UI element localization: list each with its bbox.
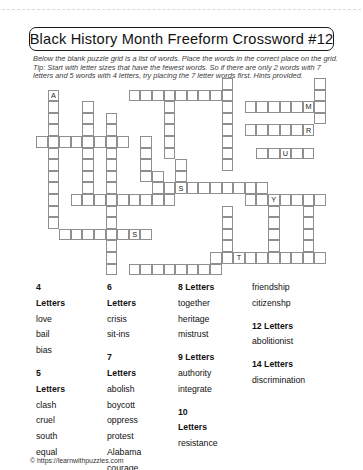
grid-cell[interactable]	[48, 171, 60, 183]
grid-cell[interactable]	[280, 124, 292, 136]
grid-cell[interactable]	[233, 182, 245, 194]
word-list-item: boycott	[107, 398, 141, 414]
word-list-section: friendshipcitizenshp	[252, 280, 305, 312]
word-list-column-4: friendshipcitizenshp12 Lettersabolitioni…	[252, 280, 305, 396]
grid-cell[interactable]	[48, 206, 60, 218]
grid-cell[interactable]	[314, 90, 326, 102]
grid-cell[interactable]	[59, 229, 71, 241]
page-title: Black History Month Freeform Crossword #…	[30, 31, 334, 47]
grid-cell[interactable]	[140, 136, 152, 148]
grid-cell[interactable]	[222, 182, 234, 194]
grid-cell[interactable]	[222, 124, 234, 136]
grid-cell[interactable]	[140, 194, 152, 206]
word-list-item: integrate	[178, 382, 218, 398]
grid-cell[interactable]	[48, 182, 60, 194]
copyright-footer: © https://learnwithpuzzles.com	[30, 457, 124, 464]
grid-cell[interactable]	[152, 90, 164, 102]
grid-cell[interactable]	[198, 90, 210, 102]
grid-cell[interactable]	[129, 264, 141, 276]
grid-cell[interactable]	[152, 171, 164, 183]
grid-cell[interactable]	[222, 252, 234, 264]
grid-cell[interactable]	[71, 136, 83, 148]
grid-cell[interactable]	[82, 148, 94, 160]
grid-cell[interactable]	[106, 136, 118, 148]
grid-cell[interactable]	[117, 229, 129, 241]
grid-cell[interactable]	[291, 124, 303, 136]
grid-cell[interactable]	[82, 113, 94, 125]
grid-cell[interactable]	[314, 194, 326, 206]
grid-cell[interactable]	[314, 101, 326, 113]
grid-cell[interactable]	[82, 182, 94, 194]
grid-cell[interactable]	[152, 194, 164, 206]
word-list-section: 10 Lettersresistance	[178, 405, 218, 452]
grid-cell[interactable]	[256, 101, 268, 113]
grid-cell[interactable]	[94, 229, 106, 241]
grid-cell[interactable]	[48, 101, 60, 113]
grid-cell[interactable]	[82, 136, 94, 148]
grid-cell[interactable]	[222, 113, 234, 125]
grid-cell[interactable]	[117, 194, 129, 206]
grid-cell[interactable]	[268, 217, 280, 229]
grid-cell[interactable]	[303, 148, 315, 160]
grid-cell[interactable]	[106, 240, 118, 252]
grid-cell[interactable]	[71, 194, 83, 206]
word-list-header: 8 Letters	[178, 280, 218, 296]
word-list-item: oppress	[107, 413, 141, 429]
word-list-item: mistrust	[178, 327, 218, 343]
grid-cell[interactable]	[106, 206, 118, 218]
word-list-item: authority	[178, 366, 218, 382]
word-list-section: 8 Letterstogetherheritagemistrust	[178, 280, 218, 343]
word-list-section: 7 LettersabolishboycottoppressprotestAla…	[107, 350, 141, 470]
grid-cell[interactable]	[245, 252, 257, 264]
word-list-header: 14 Letters	[252, 357, 305, 373]
word-list-header: 10 Letters	[178, 405, 218, 437]
grid-cell[interactable]	[140, 90, 152, 102]
grid-cell[interactable]	[106, 124, 118, 136]
hint-letter-cell[interactable]: R	[303, 124, 315, 136]
word-list-item: crisis	[107, 312, 141, 328]
grid-cell[interactable]	[175, 90, 187, 102]
word-list-column-3: 8 Letterstogetherheritagemistrust9 Lette…	[178, 280, 218, 459]
hint-letter-cell[interactable]: S	[129, 229, 141, 241]
grid-cell[interactable]	[245, 124, 257, 136]
grid-cell[interactable]	[187, 182, 199, 194]
grid-cell[interactable]	[210, 90, 222, 102]
grid-cell[interactable]	[48, 159, 60, 171]
grid-cell[interactable]	[245, 194, 257, 206]
word-list-item: heritage	[178, 312, 218, 328]
word-list-section: 14 Lettersdiscrimination	[252, 357, 305, 389]
grid-cell[interactable]	[82, 101, 94, 113]
grid-cell[interactable]	[48, 124, 60, 136]
grid-cell[interactable]	[164, 136, 176, 148]
hint-letter-cell[interactable]: T	[233, 252, 245, 264]
grid-cell[interactable]	[210, 264, 222, 276]
grid-cell[interactable]	[280, 101, 292, 113]
word-list-item: friendship	[252, 280, 305, 296]
grid-cell[interactable]	[268, 206, 280, 218]
word-list-item: together	[178, 296, 218, 312]
grid-cell[interactable]	[222, 78, 234, 90]
grid-cell[interactable]	[164, 264, 176, 276]
grid-cell[interactable]	[140, 229, 152, 241]
grid-cell[interactable]	[164, 90, 176, 102]
grid-cell[interactable]	[140, 264, 152, 276]
grid-cell[interactable]	[48, 113, 60, 125]
crossword-grid: AMRUSYST	[36, 78, 327, 276]
grid-cell[interactable]	[280, 252, 292, 264]
grid-cell[interactable]	[303, 217, 315, 229]
grid-cell[interactable]	[245, 182, 257, 194]
grid-cell[interactable]	[164, 124, 176, 136]
grid-cell[interactable]	[291, 194, 303, 206]
grid-cell[interactable]	[303, 229, 315, 241]
hint-letter-cell[interactable]: Y	[268, 194, 280, 206]
grid-cell[interactable]	[187, 90, 199, 102]
word-list-column-2: 6 Letterscrisissit-ins7 Lettersabolishbo…	[107, 280, 141, 470]
grid-cell[interactable]	[256, 252, 268, 264]
grid-cell[interactable]	[82, 171, 94, 183]
grid-cell[interactable]	[152, 264, 164, 276]
grid-cell[interactable]	[106, 217, 118, 229]
grid-cell[interactable]	[291, 101, 303, 113]
grid-cell[interactable]	[303, 206, 315, 218]
word-list-item: citizenshp	[252, 296, 305, 312]
word-list-item: love	[36, 312, 65, 328]
grid-cell[interactable]	[280, 194, 292, 206]
grid-cell[interactable]	[256, 148, 268, 160]
grid-cell[interactable]	[175, 171, 187, 183]
grid-cell[interactable]	[256, 182, 268, 194]
grid-cell[interactable]	[222, 217, 234, 229]
word-list-item: discrimination	[252, 373, 305, 389]
grid-cell[interactable]	[303, 252, 315, 264]
grid-cell[interactable]	[129, 194, 141, 206]
grid-cell[interactable]	[314, 78, 326, 90]
word-list-item: protest	[107, 429, 141, 445]
grid-cell[interactable]	[198, 264, 210, 276]
word-list-section: 6 Letterscrisissit-ins	[107, 280, 141, 343]
grid-cell[interactable]	[164, 194, 176, 206]
grid-cell[interactable]	[94, 136, 106, 148]
grid-cell[interactable]	[106, 148, 118, 160]
word-list-section: 12 Lettersabolitionist	[252, 319, 305, 351]
word-list-section: 4 Letterslovebailbias	[36, 280, 65, 359]
word-list-item: cruel	[36, 413, 65, 429]
grid-cell[interactable]	[268, 252, 280, 264]
hint-letter-cell[interactable]: U	[280, 148, 292, 160]
word-list-header: 9 Letters	[178, 350, 218, 366]
grid-cell[interactable]	[222, 206, 234, 218]
grid-cell[interactable]	[106, 194, 118, 206]
grid-cell[interactable]	[140, 159, 152, 171]
grid-cell[interactable]	[268, 240, 280, 252]
grid-cell[interactable]	[106, 182, 118, 194]
grid-cell[interactable]	[164, 148, 176, 160]
grid-cell[interactable]	[222, 136, 234, 148]
grid-cell[interactable]	[59, 136, 71, 148]
grid-cell[interactable]	[268, 148, 280, 160]
word-list-item: bail	[36, 327, 65, 343]
grid-cell[interactable]	[210, 252, 222, 264]
grid-cell[interactable]	[291, 252, 303, 264]
grid-cell[interactable]	[164, 113, 176, 125]
grid-cell[interactable]	[82, 194, 94, 206]
word-list-item: clash	[36, 398, 65, 414]
grid-cell[interactable]	[222, 101, 234, 113]
grid-cell[interactable]	[117, 136, 129, 148]
grid-cell[interactable]	[175, 264, 187, 276]
grid-cell[interactable]	[175, 159, 187, 171]
word-list-item: abolitionist	[252, 334, 305, 350]
grid-cell[interactable]	[106, 171, 118, 183]
word-list-item: bias	[36, 343, 65, 359]
grid-cell[interactable]	[48, 217, 60, 229]
page-cut-line	[2, 9, 361, 10]
grid-cell[interactable]	[314, 252, 326, 264]
title-box: Black History Month Freeform Crossword #…	[29, 27, 334, 51]
grid-cell[interactable]	[245, 101, 257, 113]
word-list-header: 12 Letters	[252, 319, 305, 335]
grid-cell[interactable]	[106, 113, 118, 125]
hint-letter-cell[interactable]: M	[303, 101, 315, 113]
grid-cell[interactable]	[164, 101, 176, 113]
hint-letter-cell[interactable]: S	[175, 182, 187, 194]
grid-cell[interactable]	[164, 182, 176, 194]
grid-cell[interactable]	[94, 194, 106, 206]
grid-cell[interactable]	[187, 264, 199, 276]
grid-cell[interactable]	[314, 113, 326, 125]
grid-cell[interactable]	[303, 240, 315, 252]
grid-cell[interactable]	[106, 264, 118, 276]
word-list-item: abolish	[107, 382, 141, 398]
grid-cell[interactable]	[268, 229, 280, 241]
grid-cell[interactable]	[222, 240, 234, 252]
word-list-header: 4 Letters	[36, 280, 65, 312]
grid-cell[interactable]	[268, 124, 280, 136]
grid-cell[interactable]	[198, 182, 210, 194]
word-list-section: 9 Lettersauthorityintegrate	[178, 350, 218, 397]
grid-cell[interactable]	[129, 90, 141, 102]
grid-cell[interactable]	[222, 229, 234, 241]
grid-cell[interactable]	[82, 229, 94, 241]
grid-cell[interactable]	[268, 101, 280, 113]
grid-cell[interactable]	[222, 148, 234, 160]
word-list-item: sit-ins	[107, 327, 141, 343]
grid-cell[interactable]	[106, 252, 118, 264]
grid-cell[interactable]	[222, 159, 234, 171]
grid-cell[interactable]	[36, 136, 48, 148]
grid-cell[interactable]	[140, 171, 152, 183]
word-list-header: 7 Letters	[107, 350, 141, 382]
grid-cell[interactable]	[48, 136, 60, 148]
grid-cell[interactable]	[256, 124, 268, 136]
grid-cell[interactable]	[48, 194, 60, 206]
word-list-header: 6 Letters	[107, 280, 141, 312]
grid-cell[interactable]	[82, 159, 94, 171]
grid-cell[interactable]	[303, 194, 315, 206]
word-list-item: resistance	[178, 436, 218, 452]
hint-letter-cell[interactable]: A	[48, 90, 60, 102]
grid-cell[interactable]	[140, 148, 152, 160]
grid-cell[interactable]	[82, 124, 94, 136]
word-list-section: 5 Lettersclashcruelsouthequal	[36, 366, 65, 461]
grid-cell[interactable]	[222, 90, 234, 102]
word-list-header: 5 Letters	[36, 366, 65, 398]
grid-cell[interactable]	[106, 159, 118, 171]
grid-cell[interactable]	[291, 148, 303, 160]
word-list-column-1: 4 Letterslovebailbias5 Lettersclashcruel…	[36, 280, 65, 468]
grid-cell[interactable]	[152, 182, 164, 194]
grid-cell[interactable]	[71, 229, 83, 241]
word-list-item: south	[36, 429, 65, 445]
grid-cell[interactable]	[106, 229, 118, 241]
grid-cell[interactable]	[256, 194, 268, 206]
grid-cell[interactable]	[48, 148, 60, 160]
grid-cell[interactable]	[210, 182, 222, 194]
